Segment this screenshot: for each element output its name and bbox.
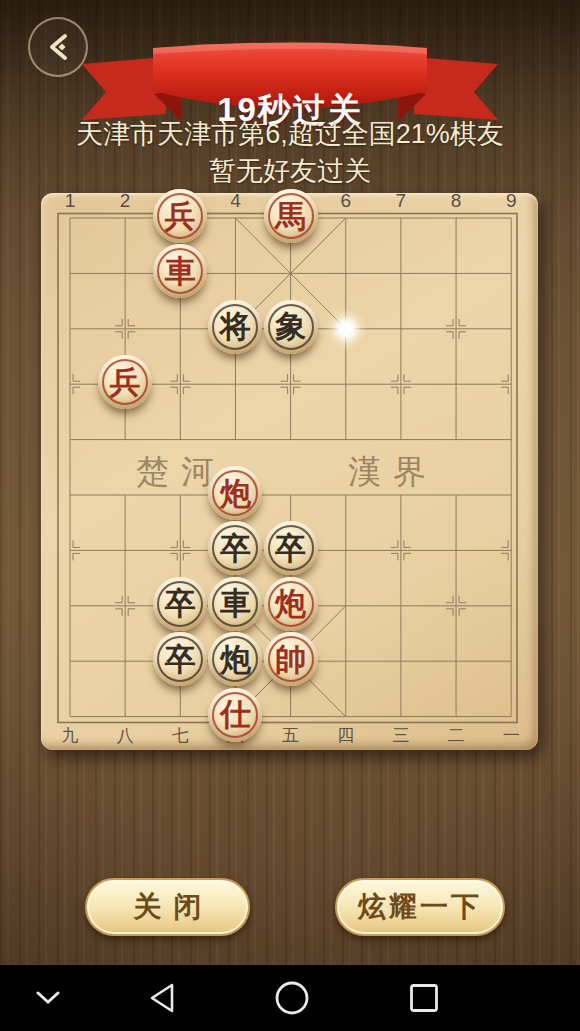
position-marker <box>115 609 122 616</box>
position-marker <box>391 374 398 381</box>
position-marker <box>115 319 122 326</box>
position-marker <box>73 387 80 394</box>
position-marker <box>404 540 411 547</box>
position-marker <box>391 387 398 394</box>
piece-character: 兵 <box>110 367 141 398</box>
position-marker <box>128 609 135 616</box>
position-marker <box>404 387 411 394</box>
friends-text: 暂无好友过关 <box>0 153 580 189</box>
piece-black-general[interactable]: 将 <box>208 300 262 354</box>
back-chevron-icon <box>45 32 71 62</box>
position-marker <box>281 374 288 381</box>
piece-character: 卒 <box>275 533 306 564</box>
brag-button[interactable]: 炫耀一下 <box>335 878 505 936</box>
position-marker <box>183 553 190 560</box>
piece-character: 卒 <box>220 533 251 564</box>
board-coord-bottom-7: 三 <box>392 726 409 745</box>
position-marker <box>391 540 398 547</box>
rank-text: 天津市天津市第6,超过全国21%棋友 <box>0 116 580 152</box>
piece-character: 兵 <box>165 201 196 232</box>
piece-red-advisor[interactable]: 仕 <box>208 688 262 742</box>
position-marker <box>501 553 508 560</box>
piece-black-soldier[interactable]: 卒 <box>264 521 318 575</box>
piece-red-horse[interactable]: 馬 <box>264 189 318 243</box>
position-marker <box>459 596 466 603</box>
position-marker <box>391 553 398 560</box>
board-coord-top-8: 8 <box>451 193 462 211</box>
position-marker <box>73 553 80 560</box>
position-marker <box>501 374 508 381</box>
piece-character: 車 <box>165 256 196 287</box>
board-coord-bottom-6: 四 <box>337 726 354 745</box>
position-marker <box>170 387 177 394</box>
piece-black-chariot[interactable]: 車 <box>208 577 262 631</box>
piece-red-general[interactable]: 帥 <box>264 632 318 686</box>
android-navbar <box>0 965 580 1031</box>
piece-red-soldier[interactable]: 兵 <box>153 189 207 243</box>
position-marker <box>170 540 177 547</box>
board-coord-bottom-5: 五 <box>282 726 299 745</box>
piece-character: 象 <box>275 311 306 342</box>
piece-character: 将 <box>220 311 251 342</box>
position-marker <box>115 596 122 603</box>
board-coord-top-2: 2 <box>120 193 131 211</box>
river-label-right: 漢界 <box>348 454 438 490</box>
piece-black-elephant[interactable]: 象 <box>264 300 318 354</box>
position-marker <box>459 332 466 339</box>
screen: 19秒过关 天津市天津市第6,超过全国21%棋友 暂无好友过关 楚河漢界1234… <box>0 0 580 1031</box>
position-marker <box>115 332 122 339</box>
xiangqi-board[interactable]: 楚河漢界123456789九八七六五四三二一 兵馬車将象兵炮卒卒卒車炮卒炮帥仕 <box>41 193 538 750</box>
board-coord-top-6: 6 <box>340 193 351 211</box>
piece-character: 卒 <box>165 644 196 675</box>
piece-character: 炮 <box>220 644 251 675</box>
piece-red-cannon[interactable]: 炮 <box>264 577 318 631</box>
board-coord-bottom-1: 九 <box>62 726 79 745</box>
brag-button-label: 炫耀一下 <box>358 888 482 926</box>
board-coord-top-1: 1 <box>65 193 76 211</box>
position-marker <box>446 596 453 603</box>
board-coord-top-9: 9 <box>506 193 517 211</box>
board-coord-bottom-9: 一 <box>503 726 520 745</box>
position-marker <box>501 540 508 547</box>
position-marker <box>459 609 466 616</box>
board-coord-top-4: 4 <box>230 193 241 211</box>
piece-character: 炮 <box>275 588 306 619</box>
position-marker <box>128 319 135 326</box>
piece-red-soldier[interactable]: 兵 <box>98 355 152 409</box>
chevron-down-icon[interactable] <box>30 965 66 1031</box>
position-marker <box>128 332 135 339</box>
position-marker <box>446 609 453 616</box>
piece-character: 車 <box>220 588 251 619</box>
close-button-label: 关闭 <box>122 888 214 926</box>
board-coord-bottom-2: 八 <box>117 726 134 745</box>
piece-character: 馬 <box>275 201 306 232</box>
position-marker <box>170 374 177 381</box>
recents-square-icon[interactable] <box>404 965 444 1031</box>
position-marker <box>128 596 135 603</box>
position-marker <box>73 374 80 381</box>
piece-character: 帥 <box>275 644 306 675</box>
back-triangle-icon[interactable] <box>142 965 182 1031</box>
home-circle-icon[interactable] <box>272 965 312 1031</box>
position-marker <box>501 387 508 394</box>
position-marker <box>446 319 453 326</box>
piece-character: 卒 <box>165 588 196 619</box>
position-marker <box>183 387 190 394</box>
position-marker <box>183 374 190 381</box>
close-button[interactable]: 关闭 <box>85 878 250 936</box>
board-coord-top-7: 7 <box>396 193 407 211</box>
position-marker <box>183 540 190 547</box>
position-marker <box>294 387 301 394</box>
position-marker <box>281 387 288 394</box>
piece-character: 仕 <box>220 699 251 730</box>
piece-character: 炮 <box>220 478 251 509</box>
position-marker <box>446 332 453 339</box>
position-marker <box>73 540 80 547</box>
position-marker <box>404 374 411 381</box>
position-marker <box>459 319 466 326</box>
piece-black-soldier[interactable]: 卒 <box>153 577 207 631</box>
position-marker <box>294 374 301 381</box>
position-marker <box>404 553 411 560</box>
position-marker <box>170 553 177 560</box>
board-coord-bottom-8: 二 <box>448 726 465 745</box>
board-coord-bottom-3: 七 <box>172 726 189 745</box>
